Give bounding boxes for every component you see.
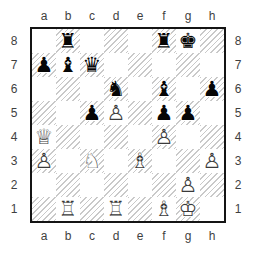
white-pawn[interactable]: ♙ [152,125,176,149]
file-label: a [32,9,56,23]
file-label: g [176,9,200,23]
square-b7[interactable]: ♝ [56,53,80,77]
square-f3[interactable] [152,149,176,173]
white-queen[interactable]: ♕ [32,125,56,149]
square-f2[interactable] [152,173,176,197]
square-a1[interactable] [32,197,56,221]
black-queen[interactable]: ♛ [80,53,104,77]
file-label: h [200,229,224,243]
square-d3[interactable] [104,149,128,173]
rank-label: 8 [230,29,246,53]
square-b8[interactable]: ♜ [56,29,80,53]
square-b2[interactable] [56,173,80,197]
square-d6[interactable]: ♞ [104,77,128,101]
white-rook-fill: ♜ [56,197,80,221]
black-bishop[interactable]: ♝ [152,77,176,101]
square-b1[interactable]: ♜♖ [56,197,80,221]
square-d7[interactable] [104,53,128,77]
square-e5[interactable] [128,101,152,125]
square-h8[interactable] [200,29,224,53]
black-rook[interactable]: ♜ [152,29,176,53]
square-d8[interactable] [104,29,128,53]
square-c2[interactable] [80,173,104,197]
white-pawn-fill: ♟ [152,125,176,149]
square-f5[interactable]: ♟ [152,101,176,125]
white-pawn-fill: ♟ [176,173,200,197]
square-h4[interactable] [200,125,224,149]
file-label: e [128,229,152,243]
white-pawn-fill: ♟ [32,149,56,173]
rank-label: 2 [6,173,22,197]
rank-label: 4 [6,125,22,149]
square-b5[interactable] [56,101,80,125]
square-d1[interactable]: ♜♖ [104,197,128,221]
file-label: c [80,229,104,243]
square-e4[interactable] [128,125,152,149]
square-b3[interactable] [56,149,80,173]
square-g4[interactable] [176,125,200,149]
square-d5[interactable]: ♟♙ [104,101,128,125]
black-pawn[interactable]: ♟ [200,77,224,101]
square-e1[interactable] [128,197,152,221]
file-label: f [152,229,176,243]
square-h6[interactable]: ♟ [200,77,224,101]
square-f6[interactable]: ♝ [152,77,176,101]
square-g8[interactable]: ♚ [176,29,200,53]
file-label: a [32,229,56,243]
square-c6[interactable] [80,77,104,101]
black-rook[interactable]: ♜ [56,29,80,53]
rank-label: 7 [230,53,246,77]
white-queen-fill: ♛ [32,125,56,149]
white-rook-fill: ♜ [104,197,128,221]
square-c7[interactable]: ♛ [80,53,104,77]
rank-labels-left: 87654321 [6,29,22,221]
rank-label: 1 [6,197,22,221]
square-d2[interactable] [104,173,128,197]
square-a5[interactable] [32,101,56,125]
square-h5[interactable] [200,101,224,125]
black-pawn[interactable]: ♟ [176,101,200,125]
black-bishop[interactable]: ♝ [56,53,80,77]
square-a8[interactable] [32,29,56,53]
file-label: h [200,9,224,23]
square-c3[interactable]: ♞♘ [80,149,104,173]
square-f8[interactable]: ♜ [152,29,176,53]
square-b6[interactable] [56,77,80,101]
square-d4[interactable] [104,125,128,149]
white-bishop[interactable]: ♗ [128,149,152,173]
square-e8[interactable] [128,29,152,53]
square-g6[interactable] [176,77,200,101]
square-a6[interactable] [32,77,56,101]
white-pawn-fill: ♟ [104,101,128,125]
rank-label: 1 [230,197,246,221]
white-bishop[interactable]: ♗ [152,197,176,221]
black-pawn[interactable]: ♟ [152,101,176,125]
black-pawn[interactable]: ♟ [32,53,56,77]
square-g7[interactable] [176,53,200,77]
chess-diagram: abcdefgh 87654321 ♜♜♚♟♝♛♞♝♟♟♟♙♟♟♛♕♟♙♟♙♞♘… [0,0,254,258]
square-g3[interactable] [176,149,200,173]
square-c5[interactable]: ♟ [80,101,104,125]
square-e6[interactable] [128,77,152,101]
white-knight-fill: ♞ [80,149,104,173]
square-g1[interactable]: ♚♔ [176,197,200,221]
rank-label: 8 [6,29,22,53]
square-h2[interactable] [200,173,224,197]
white-pawn[interactable]: ♙ [32,149,56,173]
file-label: d [104,9,128,23]
square-e2[interactable] [128,173,152,197]
file-label: b [56,9,80,23]
square-e3[interactable]: ♝♗ [128,149,152,173]
black-pawn[interactable]: ♟ [80,101,104,125]
chess-board: ♜♜♚♟♝♛♞♝♟♟♟♙♟♟♛♕♟♙♟♙♞♘♝♗♟♙♟♙♜♖♜♖♝♗♚♔ [30,27,226,223]
file-labels-bottom: abcdefgh [32,229,224,243]
square-g5[interactable]: ♟ [176,101,200,125]
file-label: c [80,9,104,23]
square-h1[interactable] [200,197,224,221]
square-h3[interactable]: ♟♙ [200,149,224,173]
rank-label: 5 [6,101,22,125]
rank-label: 7 [6,53,22,77]
file-labels-top: abcdefgh [32,9,224,23]
square-a4[interactable]: ♛♕ [32,125,56,149]
white-knight[interactable]: ♘ [80,149,104,173]
square-g2[interactable]: ♟♙ [176,173,200,197]
rank-label: 3 [6,149,22,173]
file-label: d [104,229,128,243]
white-bishop-fill: ♝ [152,197,176,221]
square-f7[interactable] [152,53,176,77]
square-f1[interactable]: ♝♗ [152,197,176,221]
rank-label: 6 [6,77,22,101]
file-label: f [152,9,176,23]
rank-label: 4 [230,125,246,149]
rank-labels-right: 87654321 [230,29,246,221]
white-pawn-fill: ♟ [200,149,224,173]
square-a7[interactable]: ♟ [32,53,56,77]
white-pawn[interactable]: ♙ [176,173,200,197]
file-label: g [176,229,200,243]
file-label: b [56,229,80,243]
file-label: e [128,9,152,23]
square-e7[interactable] [128,53,152,77]
white-rook[interactable]: ♖ [104,197,128,221]
square-a2[interactable] [32,173,56,197]
black-king[interactable]: ♚ [176,29,200,53]
rank-label: 6 [230,77,246,101]
rank-label: 5 [230,101,246,125]
white-king[interactable]: ♔ [176,197,200,221]
square-c4[interactable] [80,125,104,149]
rank-label: 3 [230,149,246,173]
square-c8[interactable] [80,29,104,53]
black-knight[interactable]: ♞ [104,77,128,101]
square-h7[interactable] [200,53,224,77]
square-b4[interactable] [56,125,80,149]
white-rook[interactable]: ♖ [56,197,80,221]
square-a3[interactable]: ♟♙ [32,149,56,173]
white-king-fill: ♚ [176,197,200,221]
square-f4[interactable]: ♟♙ [152,125,176,149]
white-pawn[interactable]: ♙ [104,101,128,125]
white-pawn[interactable]: ♙ [200,149,224,173]
rank-label: 2 [230,173,246,197]
white-bishop-fill: ♝ [128,149,152,173]
square-c1[interactable] [80,197,104,221]
